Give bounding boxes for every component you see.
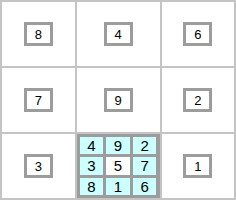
subgrid-cell-r3c3[interactable]: 6 bbox=[133, 178, 157, 195]
subgrid-cell-r1c1[interactable]: 4 bbox=[80, 137, 104, 154]
outer-cell-r2c3: 2 bbox=[162, 68, 235, 132]
number-box-r3c3[interactable]: 1 bbox=[183, 154, 212, 178]
digit: 3 bbox=[35, 160, 42, 173]
digit: 4 bbox=[114, 28, 121, 41]
magic-square-subgrid: 4 9 2 3 5 7 8 1 6 bbox=[77, 134, 160, 198]
digit: 9 bbox=[114, 94, 121, 107]
number-box-r2c1[interactable]: 7 bbox=[24, 88, 53, 112]
subgrid-cell-r2c1[interactable]: 3 bbox=[80, 157, 104, 174]
outer-cell-r2c1: 7 bbox=[2, 68, 75, 132]
number-box-r1c1[interactable]: 8 bbox=[24, 22, 53, 46]
magic-square-board: 8 4 6 7 9 2 3 4 9 2 3 bbox=[0, 0, 236, 200]
subgrid-cell-r2c3[interactable]: 7 bbox=[133, 157, 157, 174]
outer-cell-r3c1: 3 bbox=[2, 134, 75, 198]
subgrid-cell-r1c2[interactable]: 9 bbox=[106, 137, 130, 154]
number-box-r1c3[interactable]: 6 bbox=[183, 22, 212, 46]
subgrid-cell-r3c1[interactable]: 8 bbox=[80, 178, 104, 195]
digit: 8 bbox=[35, 28, 42, 41]
outer-cell-r3c2: 4 9 2 3 5 7 8 1 6 bbox=[77, 134, 160, 198]
number-box-r2c2[interactable]: 9 bbox=[104, 88, 133, 112]
digit: 7 bbox=[35, 94, 42, 107]
digit: 2 bbox=[194, 94, 201, 107]
outer-cell-r1c1: 8 bbox=[2, 2, 75, 66]
number-box-r2c3[interactable]: 2 bbox=[183, 88, 212, 112]
outer-cell-r1c2: 4 bbox=[77, 2, 160, 66]
subgrid-cell-r1c3[interactable]: 2 bbox=[133, 137, 157, 154]
digit: 6 bbox=[194, 28, 201, 41]
subgrid-cell-r2c2[interactable]: 5 bbox=[106, 157, 130, 174]
outer-cell-r3c3: 1 bbox=[162, 134, 235, 198]
number-box-r1c2[interactable]: 4 bbox=[104, 22, 133, 46]
outer-cell-r2c2: 9 bbox=[77, 68, 160, 132]
outer-cell-r1c3: 6 bbox=[162, 2, 235, 66]
number-box-r3c1[interactable]: 3 bbox=[24, 154, 53, 178]
digit: 1 bbox=[194, 160, 201, 173]
subgrid-cell-r3c2[interactable]: 1 bbox=[106, 178, 130, 195]
